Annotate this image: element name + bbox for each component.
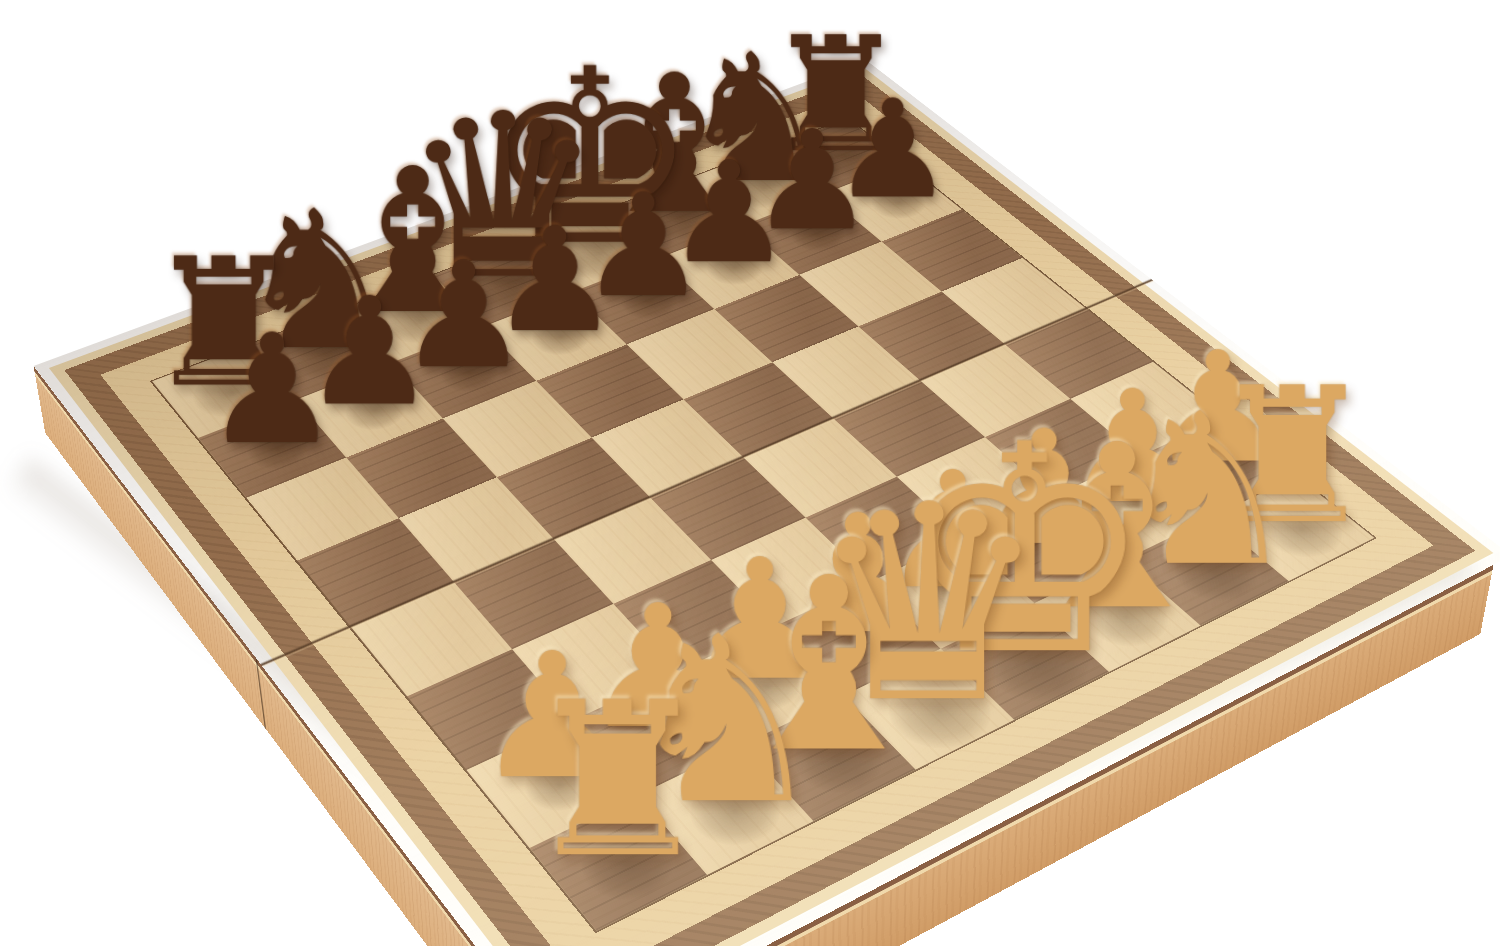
maple-border-margin: ♜♞♝♛♚♝♞♜♟♟♟♟♟♟♟♟♟♟♟♟♟♟♟♟♜♞♝♛♚♝♞♜ [100, 93, 1433, 946]
piece-black-pawn-a7[interactable]: ♟ [204, 315, 340, 466]
scene-3d: ♜♞♝♛♚♝♞♜♟♟♟♟♟♟♟♟♟♟♟♟♟♟♟♟♜♞♝♛♚♝♞♜ [0, 0, 1500, 946]
piece-white-rook-a1[interactable]: ♜ [522, 674, 713, 887]
product-photo-stage: ♜♞♝♛♚♝♞♜♟♟♟♟♟♟♟♟♟♟♟♟♟♟♟♟♜♞♝♛♚♝♞♜ [0, 0, 1500, 946]
square-a1[interactable]: ♜ [530, 795, 707, 930]
chess-board: ♜♞♝♛♚♝♞♜♟♟♟♟♟♟♟♟♟♟♟♟♟♟♟♟♜♞♝♛♚♝♞♜ [49, 67, 1493, 946]
square-a5[interactable] [297, 518, 454, 626]
walnut-border-band: ♜♞♝♛♚♝♞♜♟♟♟♟♟♟♟♟♟♟♟♟♟♟♟♟♜♞♝♛♚♝♞♜ [64, 75, 1475, 946]
